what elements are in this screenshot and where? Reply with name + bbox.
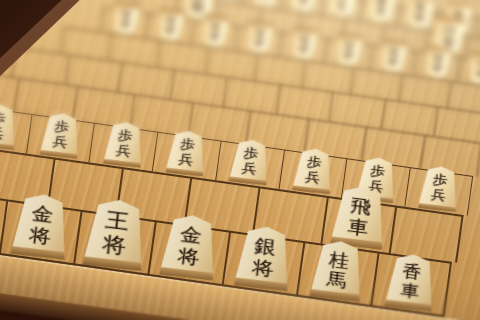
- piece-kanji: 兵: [304, 171, 321, 186]
- piece-kanji: 兵: [120, 8, 132, 18]
- board-cell: 王将: [73, 212, 155, 274]
- piece-kanji: 飛: [191, 1, 205, 13]
- piece-kanji: 兵: [343, 39, 355, 49]
- piece-kanji: 歩: [369, 165, 386, 180]
- piece-kanji: 歩: [180, 138, 197, 153]
- piece-kanji: 金: [30, 205, 54, 226]
- piece-kanji: 将: [251, 258, 275, 279]
- piece-kanji: 歩: [0, 111, 7, 126]
- shogi-photo-scene: 香車桂馬銀将金将玉将金将銀将桂馬香車飛車角行歩兵歩兵歩兵歩兵歩兵歩兵歩兵歩兵歩兵…: [0, 0, 480, 320]
- piece-kanji: 王: [104, 210, 130, 233]
- piece-kanji: 歩: [432, 173, 449, 188]
- piece-kanji: 将: [101, 234, 127, 257]
- piece-kanji: 歩: [117, 129, 134, 144]
- piece-kanji: 兵: [432, 52, 444, 62]
- piece-kanji: 金: [179, 226, 203, 247]
- piece-kanji: 馬: [452, 8, 463, 18]
- piece-kanji: 銀: [258, 0, 270, 1]
- piece-kanji: 兵: [387, 46, 399, 56]
- piece-kanji: 歩: [306, 156, 323, 171]
- piece-kanji: 銀: [253, 237, 277, 258]
- piece-kanji: 金: [374, 6, 386, 17]
- piece-kanji: 桂: [328, 250, 350, 270]
- piece-kanji: 車: [399, 282, 420, 301]
- piece-gold-general[interactable]: 金将: [364, 0, 397, 24]
- piece-kanji: 香: [402, 263, 423, 282]
- piece-kanji: 飛: [349, 197, 372, 217]
- piece-kanji: 玉: [335, 0, 349, 11]
- piece-kanji: 歩: [243, 147, 260, 162]
- piece-kanji: 将: [176, 247, 200, 268]
- board-cell: 香車: [370, 253, 452, 315]
- piece-kanji: 行: [442, 23, 456, 35]
- piece-kanji: 歩: [475, 69, 480, 79]
- piece-kanji: 兵: [298, 33, 310, 43]
- piece-kanji: 兵: [476, 58, 480, 68]
- piece-kanji: 将: [375, 0, 387, 6]
- piece-kanji: 兵: [430, 189, 447, 204]
- piece-kanji: 兵: [241, 162, 258, 177]
- piece-kanji: 将: [414, 1, 426, 12]
- piece-kanji: 金: [296, 0, 308, 6]
- piece-knight[interactable]: 桂馬: [308, 238, 367, 302]
- piece-kanji: 銀: [412, 12, 424, 23]
- board-cell: 金将: [147, 222, 229, 284]
- piece-kanji: 兵: [178, 153, 195, 168]
- piece-kanji: 兵: [0, 127, 5, 142]
- piece-kanji: 角: [440, 36, 454, 48]
- board-cell: 銀将: [221, 232, 303, 294]
- piece-kanji: 兵: [209, 21, 221, 31]
- piece-kanji: 兵: [115, 144, 132, 159]
- board-cell: 桂馬: [296, 243, 378, 305]
- board-cell: 金将: [0, 201, 80, 263]
- piece-kanji: 車: [347, 218, 370, 238]
- piece-lance[interactable]: 香車: [383, 252, 439, 312]
- piece-kanji: 兵: [165, 14, 177, 24]
- piece-kanji: 歩: [53, 120, 70, 135]
- piece-kanji: 兵: [52, 135, 69, 150]
- piece-kanji: 馬: [326, 270, 348, 290]
- piece-kanji: 将: [28, 226, 52, 247]
- piece-kanji: 兵: [254, 27, 266, 37]
